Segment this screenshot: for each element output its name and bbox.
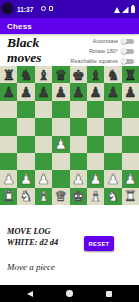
move-log-heading: MOVE LOG bbox=[7, 226, 58, 237]
toggle-row-autorotate: Autorotate bbox=[71, 36, 134, 46]
square-c2[interactable]: ♟ bbox=[35, 170, 52, 187]
square-c5[interactable] bbox=[35, 118, 52, 135]
move-log-entry: WHITE: d2 d4 bbox=[7, 237, 58, 248]
piece-black-queen: ♛ bbox=[55, 68, 68, 82]
square-b1[interactable]: ♞ bbox=[17, 188, 34, 205]
square-e1[interactable]: ♚ bbox=[70, 188, 87, 205]
square-g3[interactable] bbox=[104, 153, 121, 170]
piece-white-pawn: ♟ bbox=[107, 172, 120, 186]
square-b6[interactable] bbox=[17, 101, 34, 118]
square-d3[interactable] bbox=[52, 153, 69, 170]
square-b4[interactable] bbox=[17, 136, 34, 153]
app-bar: Chess bbox=[0, 18, 139, 34]
piece-white-king: ♚ bbox=[72, 189, 85, 203]
autorotate-switch[interactable] bbox=[121, 38, 134, 45]
app-title: Chess bbox=[7, 22, 32, 31]
toggle-label-rotate-180: Rotate 180° bbox=[89, 48, 118, 54]
piece-white-rook: ♜ bbox=[124, 189, 137, 203]
square-a2[interactable]: ♟ bbox=[0, 170, 17, 187]
square-g5[interactable] bbox=[104, 118, 121, 135]
piece-black-pawn: ♟ bbox=[20, 85, 33, 99]
square-g8[interactable]: ♞ bbox=[104, 66, 121, 83]
piece-black-pawn: ♟ bbox=[124, 85, 137, 99]
piece-black-rook: ♜ bbox=[2, 68, 15, 82]
square-d4[interactable]: ♟ bbox=[52, 136, 69, 153]
square-e2[interactable]: ♟ bbox=[70, 170, 87, 187]
settings-toggles: Autorotate Rotate 180° Reachable squares bbox=[71, 36, 134, 66]
piece-white-rook: ♜ bbox=[2, 189, 15, 203]
toggle-label-autorotate: Autorotate bbox=[93, 38, 118, 44]
square-f8[interactable]: ♝ bbox=[87, 66, 104, 83]
square-a7[interactable]: ♟ bbox=[0, 83, 17, 100]
piece-black-rook: ♜ bbox=[124, 68, 137, 82]
chess-board[interactable]: ♜♞♝♛♚♝♞♜♟♟♟♟♟♟♟♟♟♟♟♟♟♟♟♟♜♞♝♛♚♝♞♜ bbox=[0, 66, 139, 205]
square-h2[interactable]: ♟ bbox=[122, 170, 139, 187]
square-c6[interactable] bbox=[35, 101, 52, 118]
piece-white-bishop: ♝ bbox=[37, 189, 50, 203]
square-f3[interactable] bbox=[87, 153, 104, 170]
square-e8[interactable]: ♚ bbox=[70, 66, 87, 83]
square-c1[interactable]: ♝ bbox=[35, 188, 52, 205]
status-bar: 11:37 bbox=[0, 0, 139, 18]
piece-black-bishop: ♝ bbox=[37, 68, 50, 82]
square-d8[interactable]: ♛ bbox=[52, 66, 69, 83]
piece-white-knight: ♞ bbox=[20, 189, 33, 203]
piece-white-bishop: ♝ bbox=[89, 189, 102, 203]
piece-black-knight: ♞ bbox=[107, 68, 120, 82]
square-a1[interactable]: ♜ bbox=[0, 188, 17, 205]
camera-cutout bbox=[1, 2, 14, 15]
square-g2[interactable]: ♟ bbox=[104, 170, 121, 187]
piece-white-pawn: ♟ bbox=[55, 137, 68, 151]
square-h3[interactable] bbox=[122, 153, 139, 170]
square-c7[interactable]: ♟ bbox=[35, 83, 52, 100]
square-d2[interactable] bbox=[52, 170, 69, 187]
piece-white-pawn: ♟ bbox=[124, 172, 137, 186]
square-g6[interactable] bbox=[104, 101, 121, 118]
recents-icon[interactable] bbox=[106, 291, 112, 297]
square-h7[interactable]: ♟ bbox=[122, 83, 139, 100]
piece-white-pawn: ♟ bbox=[89, 172, 102, 186]
turn-indicator-line2: moves bbox=[7, 51, 42, 66]
piece-black-knight: ♞ bbox=[20, 68, 33, 82]
square-b2[interactable]: ♟ bbox=[17, 170, 34, 187]
rotate-180-switch[interactable] bbox=[121, 48, 134, 55]
piece-black-bishop: ♝ bbox=[89, 68, 102, 82]
square-h1[interactable]: ♜ bbox=[122, 188, 139, 205]
piece-white-pawn: ♟ bbox=[72, 172, 85, 186]
piece-black-pawn: ♟ bbox=[72, 85, 85, 99]
square-g7[interactable]: ♟ bbox=[104, 83, 121, 100]
square-a3[interactable] bbox=[0, 153, 17, 170]
square-a6[interactable] bbox=[0, 101, 17, 118]
home-icon[interactable] bbox=[66, 290, 73, 297]
piece-black-pawn: ♟ bbox=[55, 85, 68, 99]
square-e7[interactable]: ♟ bbox=[70, 83, 87, 100]
square-a4[interactable] bbox=[0, 136, 17, 153]
square-g1[interactable]: ♞ bbox=[104, 188, 121, 205]
android-nav-bar bbox=[0, 285, 139, 302]
turn-indicator-line1: Black bbox=[7, 36, 42, 51]
piece-black-king: ♚ bbox=[72, 68, 85, 82]
square-f5[interactable] bbox=[87, 118, 104, 135]
piece-white-pawn: ♟ bbox=[37, 172, 50, 186]
square-h8[interactable]: ♜ bbox=[122, 66, 139, 83]
square-c4[interactable] bbox=[35, 136, 52, 153]
piece-white-knight: ♞ bbox=[107, 189, 120, 203]
square-d7[interactable]: ♟ bbox=[52, 83, 69, 100]
square-f1[interactable]: ♝ bbox=[87, 188, 104, 205]
square-e4[interactable] bbox=[70, 136, 87, 153]
square-b8[interactable]: ♞ bbox=[17, 66, 34, 83]
square-e6[interactable] bbox=[70, 101, 87, 118]
piece-black-pawn: ♟ bbox=[37, 85, 50, 99]
reachable-squares-switch[interactable] bbox=[121, 58, 134, 65]
square-f4[interactable] bbox=[87, 136, 104, 153]
cellular-signal-icon bbox=[122, 7, 129, 14]
piece-black-pawn: ♟ bbox=[89, 85, 102, 99]
piece-black-pawn: ♟ bbox=[2, 85, 15, 99]
square-c3[interactable] bbox=[35, 153, 52, 170]
wifi-icon bbox=[114, 7, 120, 13]
piece-white-pawn: ♟ bbox=[2, 172, 15, 186]
square-b3[interactable] bbox=[17, 153, 34, 170]
clock-icon bbox=[41, 6, 46, 11]
square-e5[interactable] bbox=[70, 118, 87, 135]
square-d6[interactable] bbox=[52, 101, 69, 118]
square-e3[interactable] bbox=[70, 153, 87, 170]
piece-white-pawn: ♟ bbox=[20, 172, 33, 186]
piece-black-pawn: ♟ bbox=[107, 85, 120, 99]
turn-indicator: Black moves bbox=[7, 36, 42, 65]
back-icon[interactable] bbox=[27, 291, 33, 297]
square-b7[interactable]: ♟ bbox=[17, 83, 34, 100]
square-f2[interactable]: ♟ bbox=[87, 170, 104, 187]
square-d1[interactable]: ♛ bbox=[52, 188, 69, 205]
battery-icon bbox=[131, 6, 135, 14]
square-f6[interactable] bbox=[87, 101, 104, 118]
reset-button[interactable]: RESET bbox=[84, 236, 114, 251]
square-d5[interactable] bbox=[52, 118, 69, 135]
square-h6[interactable] bbox=[122, 101, 139, 118]
square-c8[interactable]: ♝ bbox=[35, 66, 52, 83]
square-g4[interactable] bbox=[104, 136, 121, 153]
square-f7[interactable]: ♟ bbox=[87, 83, 104, 100]
notification-icon bbox=[49, 6, 53, 11]
toggle-row-reachable-squares: Reachable squares bbox=[71, 56, 134, 66]
move-log: MOVE LOG WHITE: d2 d4 bbox=[7, 226, 58, 248]
piece-white-queen: ♛ bbox=[55, 189, 68, 203]
status-time: 11:37 bbox=[17, 6, 33, 13]
square-b5[interactable] bbox=[17, 118, 34, 135]
square-h4[interactable] bbox=[122, 136, 139, 153]
toggle-label-reachable-squares: Reachable squares bbox=[71, 58, 118, 64]
square-h5[interactable] bbox=[122, 118, 139, 135]
toggle-row-rotate-180: Rotate 180° bbox=[71, 46, 134, 56]
square-a8[interactable]: ♜ bbox=[0, 66, 17, 83]
square-a5[interactable] bbox=[0, 118, 17, 135]
hint-text: Move a piece bbox=[7, 262, 55, 272]
